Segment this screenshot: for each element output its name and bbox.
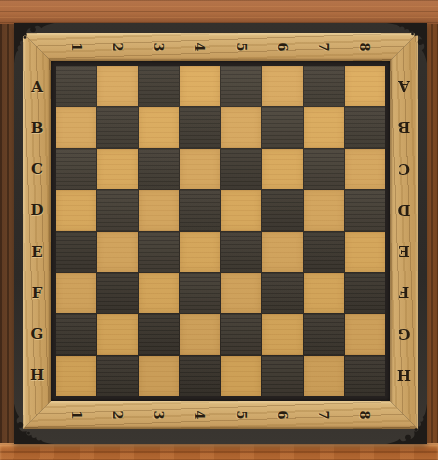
square-G1[interactable] [56, 314, 96, 354]
square-E2[interactable] [97, 232, 137, 272]
square-A7[interactable] [304, 66, 344, 106]
square-E6[interactable] [262, 232, 302, 272]
square-G5[interactable] [221, 314, 261, 354]
square-B2[interactable] [97, 107, 137, 147]
square-H8[interactable] [345, 356, 385, 396]
square-G2[interactable] [97, 314, 137, 354]
square-G3[interactable] [139, 314, 179, 354]
square-A2[interactable] [97, 66, 137, 106]
oak-frame: 12345678 12345678 ABCDEFGH ABCDEFGH [23, 33, 418, 429]
frame-left [23, 33, 51, 429]
square-C5[interactable] [221, 149, 261, 189]
square-B6[interactable] [262, 107, 302, 147]
square-C6[interactable] [262, 149, 302, 189]
board-inner-border [51, 61, 390, 401]
square-H7[interactable] [304, 356, 344, 396]
square-D3[interactable] [139, 190, 179, 230]
scene: 12345678 12345678 ABCDEFGH ABCDEFGH [0, 0, 438, 460]
square-F4[interactable] [180, 273, 220, 313]
board-grid [56, 66, 385, 396]
square-C4[interactable] [180, 149, 220, 189]
square-D1[interactable] [56, 190, 96, 230]
square-B3[interactable] [139, 107, 179, 147]
square-A8[interactable] [345, 66, 385, 106]
square-C1[interactable] [56, 149, 96, 189]
square-D7[interactable] [304, 190, 344, 230]
square-H5[interactable] [221, 356, 261, 396]
filigree-corner-icon [14, 402, 56, 444]
square-B5[interactable] [221, 107, 261, 147]
square-B4[interactable] [180, 107, 220, 147]
square-B8[interactable] [345, 107, 385, 147]
filigree-corner-icon [385, 402, 427, 444]
square-H4[interactable] [180, 356, 220, 396]
filigree-corner-icon [14, 23, 56, 65]
square-E1[interactable] [56, 232, 96, 272]
square-F6[interactable] [262, 273, 302, 313]
square-F5[interactable] [221, 273, 261, 313]
square-A3[interactable] [139, 66, 179, 106]
square-G6[interactable] [262, 314, 302, 354]
square-C7[interactable] [304, 149, 344, 189]
square-F7[interactable] [304, 273, 344, 313]
square-H2[interactable] [97, 356, 137, 396]
square-G8[interactable] [345, 314, 385, 354]
square-D6[interactable] [262, 190, 302, 230]
table-wood-top [0, 0, 438, 24]
square-D5[interactable] [221, 190, 261, 230]
table-wood-bottom [0, 443, 438, 460]
square-G4[interactable] [180, 314, 220, 354]
square-A4[interactable] [180, 66, 220, 106]
square-H6[interactable] [262, 356, 302, 396]
chessboard: 12345678 12345678 ABCDEFGH ABCDEFGH [14, 23, 427, 444]
square-E4[interactable] [180, 232, 220, 272]
square-F1[interactable] [56, 273, 96, 313]
square-E5[interactable] [221, 232, 261, 272]
square-D8[interactable] [345, 190, 385, 230]
square-A6[interactable] [262, 66, 302, 106]
square-F3[interactable] [139, 273, 179, 313]
square-G7[interactable] [304, 314, 344, 354]
square-B7[interactable] [304, 107, 344, 147]
square-E7[interactable] [304, 232, 344, 272]
square-H1[interactable] [56, 356, 96, 396]
square-E3[interactable] [139, 232, 179, 272]
square-C8[interactable] [345, 149, 385, 189]
square-F8[interactable] [345, 273, 385, 313]
frame-right [390, 33, 418, 429]
square-D2[interactable] [97, 190, 137, 230]
square-C3[interactable] [139, 149, 179, 189]
frame-top [23, 33, 418, 61]
square-A5[interactable] [221, 66, 261, 106]
square-F2[interactable] [97, 273, 137, 313]
square-B1[interactable] [56, 107, 96, 147]
square-C2[interactable] [97, 149, 137, 189]
square-A1[interactable] [56, 66, 96, 106]
square-H3[interactable] [139, 356, 179, 396]
square-D4[interactable] [180, 190, 220, 230]
frame-bottom [23, 401, 418, 429]
square-E8[interactable] [345, 232, 385, 272]
filigree-corner-icon [385, 23, 427, 65]
